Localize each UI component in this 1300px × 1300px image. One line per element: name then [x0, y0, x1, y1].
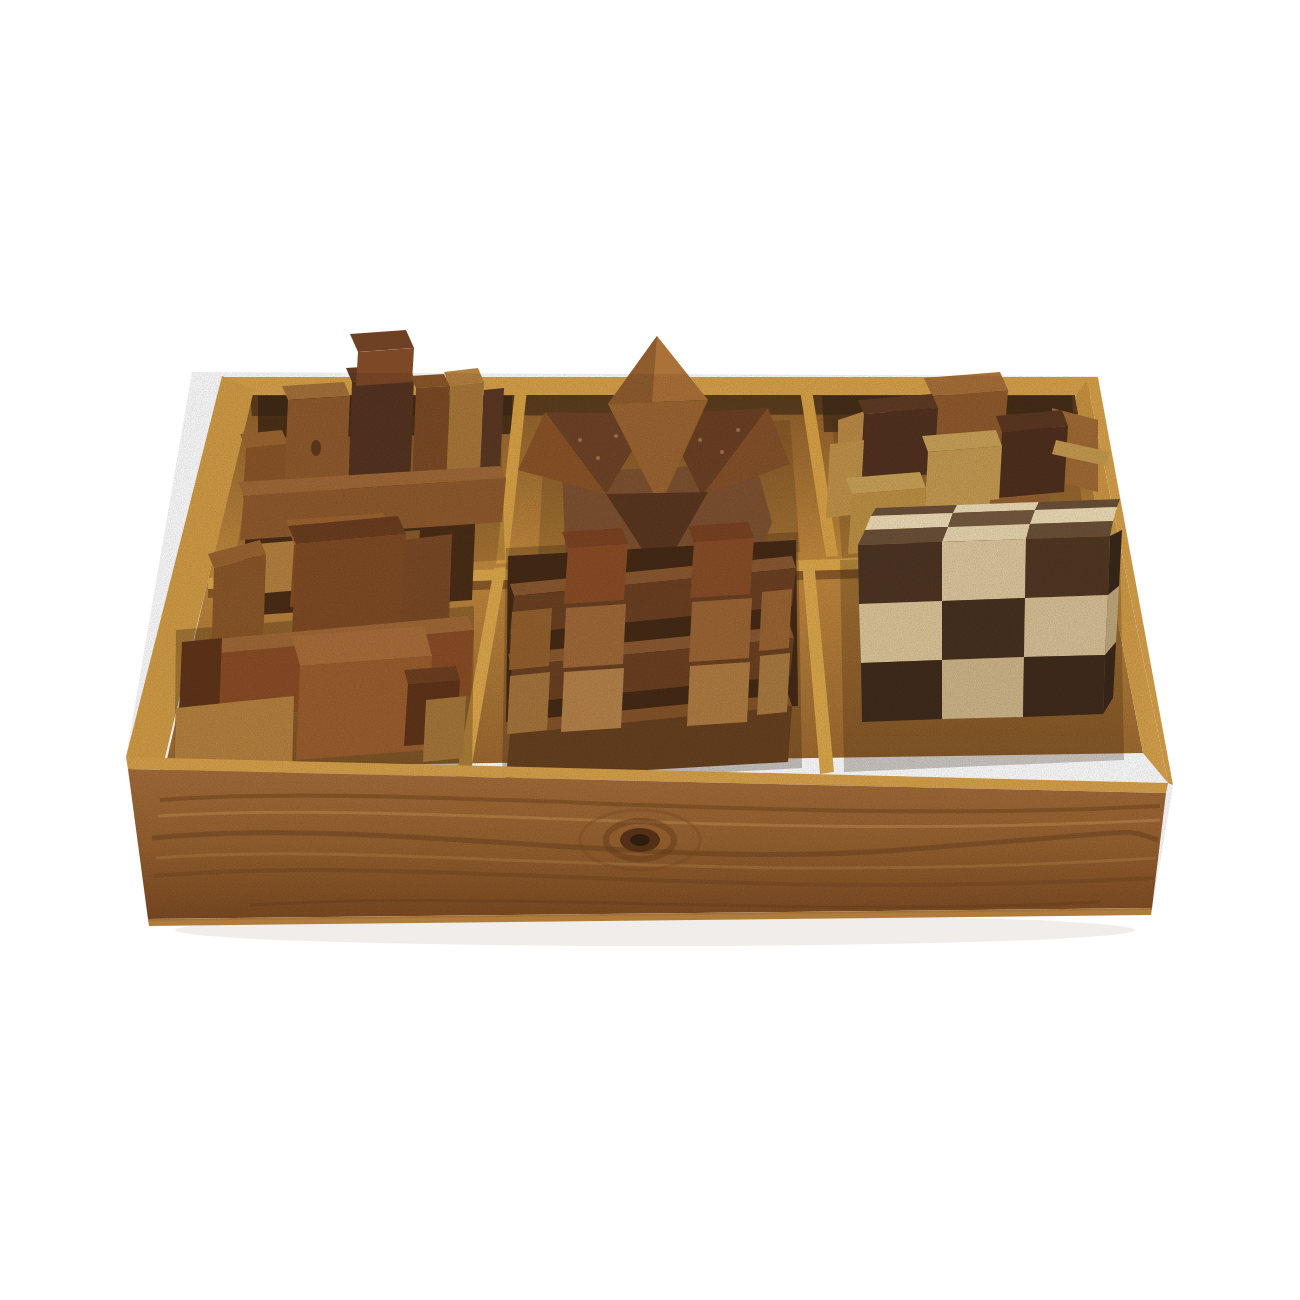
product-photo: Wooden brain teaser puzzle gift set	[0, 0, 1300, 1300]
puzzle-box-scene	[0, 0, 1300, 1300]
wood-texture-noise	[110, 360, 1190, 940]
